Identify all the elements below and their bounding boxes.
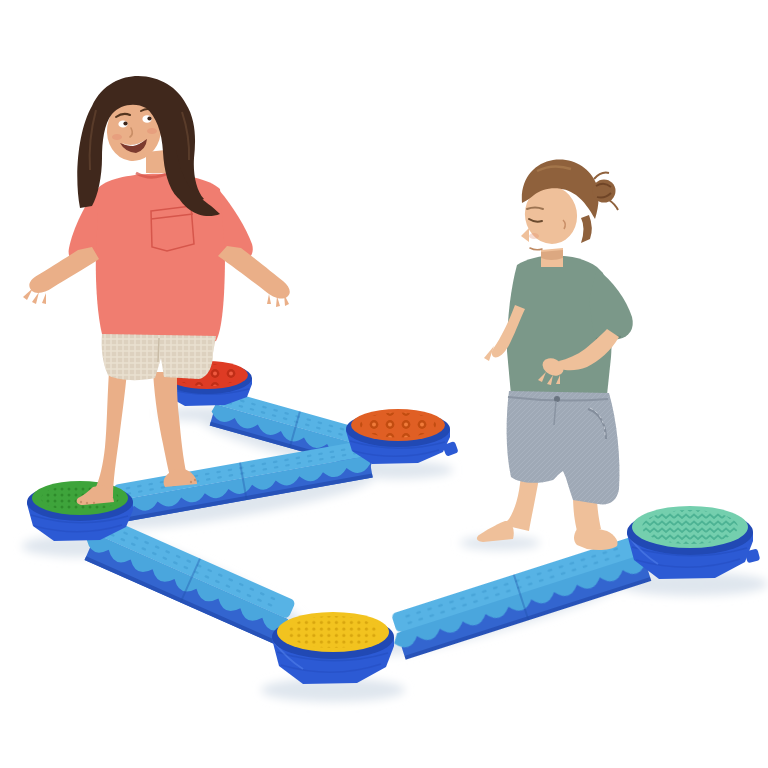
toddler-nape-hair	[581, 215, 592, 243]
girl-shirt-body	[96, 174, 225, 348]
toddler	[477, 160, 633, 550]
girl-left-leg	[92, 371, 127, 497]
stepping-stone-orange	[346, 409, 459, 464]
scene-illustration	[0, 0, 768, 768]
toddler-mouth	[530, 248, 542, 250]
toddler-shirt	[507, 255, 633, 401]
toddler-nose	[521, 228, 529, 242]
toddler-shorts-button	[554, 396, 560, 402]
toddler-right-foot	[574, 527, 618, 550]
product-photo	[0, 0, 768, 768]
stepping-stone-yellow	[272, 612, 394, 684]
beam-yellow-to-teal	[385, 535, 651, 661]
toddler-left-foot	[477, 521, 514, 542]
stepping-stone-teal	[627, 506, 760, 579]
girl-chest-pocket	[151, 206, 194, 251]
girl-left-arm	[29, 247, 99, 293]
girl-right-arm	[218, 246, 290, 299]
